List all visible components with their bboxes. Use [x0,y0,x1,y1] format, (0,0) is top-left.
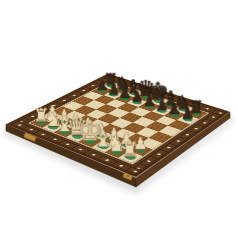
white-rook[interactable]: ♜ [121,139,139,159]
black-pawn[interactable]: ♟ [155,98,168,113]
product-photo-stage: ♜♞♝♛♚♝♞♜♟♟♟♟♟♟♟♟♟♟♟♟♟♟♟♟♜♞♝♛♚♝♞♜ [0,0,238,238]
black-pawn[interactable]: ♟ [181,106,195,121]
black-pawn[interactable]: ♟ [143,94,156,109]
board-scene: ♜♞♝♛♚♝♞♜♟♟♟♟♟♟♟♟♟♟♟♟♟♟♟♟♜♞♝♛♚♝♞♜ [0,0,238,238]
square-h7[interactable]: ♟ [177,114,199,124]
square-h6[interactable] [168,120,190,130]
black-pawn[interactable]: ♟ [119,86,132,100]
chess-board: ♜♞♝♛♚♝♞♜♟♟♟♟♟♟♟♟♟♟♟♟♟♟♟♟♜♞♝♛♚♝♞♜ [6,73,231,177]
chess-grid: ♜♞♝♛♚♝♞♜♟♟♟♟♟♟♟♟♟♟♟♟♟♟♟♟♜♞♝♛♚♝♞♜ [30,82,207,163]
black-pawn[interactable]: ♟ [168,102,181,117]
black-pawn[interactable]: ♟ [130,90,143,104]
black-pawn[interactable]: ♟ [96,79,108,93]
